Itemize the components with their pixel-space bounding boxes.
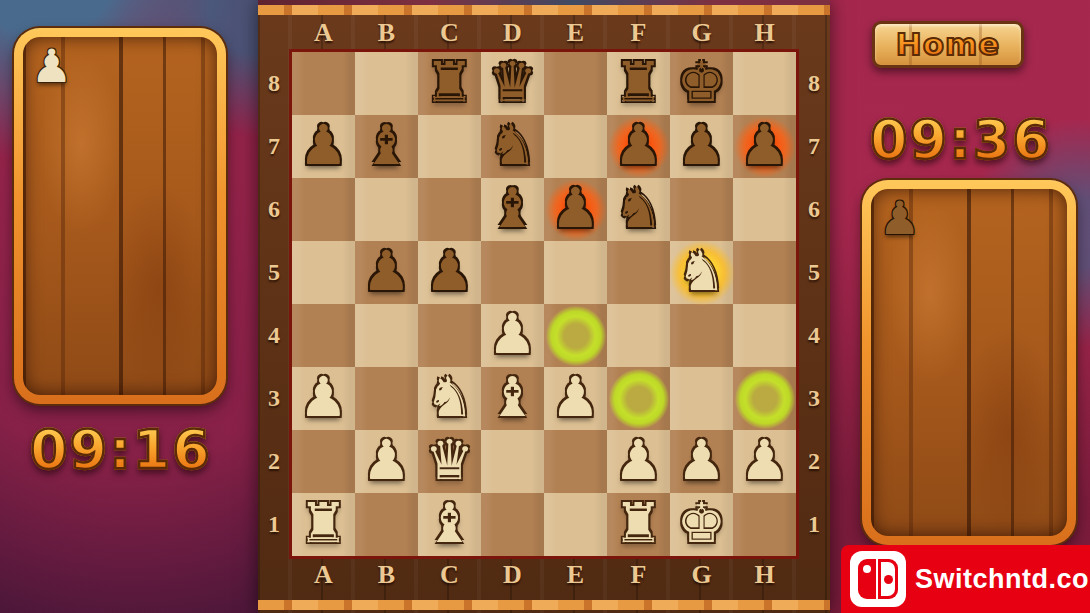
square-f6[interactable]: ♞ — [607, 178, 670, 241]
frame-top-strip — [258, 5, 830, 15]
rank-label-6: 6 — [261, 178, 287, 241]
square-d4[interactable]: ♟ — [481, 304, 544, 367]
square-f8[interactable]: ♜ — [607, 52, 670, 115]
square-b3[interactable] — [355, 367, 418, 430]
rank-label-6: 6 — [801, 178, 827, 241]
square-c6[interactable] — [418, 178, 481, 241]
file-label-g: G — [670, 18, 733, 48]
captured-white-pawn: ♟ — [31, 39, 72, 93]
frame-bottom-strip — [258, 600, 830, 610]
rank-labels-right: 87654321 — [801, 52, 827, 556]
file-label-e: E — [544, 18, 607, 48]
piece-black-pawn[interactable]: ♟ — [670, 113, 733, 178]
rank-label-3: 3 — [801, 367, 827, 430]
piece-black-pawn[interactable]: ♟ — [544, 176, 607, 241]
white-clock: 09:16 — [10, 418, 232, 481]
file-label-c: C — [418, 18, 481, 48]
piece-black-bishop[interactable]: ♝ — [355, 113, 418, 178]
square-h1[interactable] — [733, 493, 796, 556]
square-g5[interactable]: ♞ — [670, 241, 733, 304]
square-g1[interactable]: ♚ — [670, 493, 733, 556]
white-capture-tray: ♟ — [14, 28, 226, 404]
square-d5[interactable] — [481, 241, 544, 304]
file-label-f: F — [607, 18, 670, 48]
square-a7[interactable]: ♟ — [292, 115, 355, 178]
square-h3[interactable] — [733, 367, 796, 430]
rank-label-4: 4 — [261, 304, 287, 367]
home-button-label: Home — [896, 24, 1001, 65]
rank-label-4: 4 — [801, 304, 827, 367]
file-label-a: A — [292, 18, 355, 48]
file-label-a: A — [292, 560, 355, 590]
square-h4[interactable] — [733, 304, 796, 367]
rank-label-7: 7 — [261, 115, 287, 178]
file-label-h: H — [733, 18, 796, 48]
rank-labels-left: 87654321 — [261, 52, 287, 556]
piece-white-bishop[interactable]: ♝ — [418, 491, 481, 556]
square-e3[interactable]: ♟ — [544, 367, 607, 430]
file-label-h: H — [733, 560, 796, 590]
rank-label-2: 2 — [801, 430, 827, 493]
legal-move-marker[interactable] — [735, 369, 795, 429]
piece-white-pawn[interactable]: ♟ — [355, 428, 418, 493]
rank-label-1: 1 — [261, 493, 287, 556]
square-c4[interactable] — [418, 304, 481, 367]
square-c7[interactable] — [418, 115, 481, 178]
square-h7[interactable]: ♟ — [733, 115, 796, 178]
file-label-c: C — [418, 560, 481, 590]
file-label-g: G — [670, 560, 733, 590]
square-g3[interactable] — [670, 367, 733, 430]
square-f2[interactable]: ♟ — [607, 430, 670, 493]
piece-white-pawn[interactable]: ♟ — [544, 365, 607, 430]
square-f4[interactable] — [607, 304, 670, 367]
piece-white-rook[interactable]: ♜ — [607, 491, 670, 556]
rank-label-2: 2 — [261, 430, 287, 493]
captured-black-pawn: ♟ — [879, 191, 920, 245]
piece-black-pawn[interactable]: ♟ — [355, 239, 418, 304]
black-capture-tray-wood: ♟ — [871, 189, 1067, 536]
square-b7[interactable]: ♝ — [355, 115, 418, 178]
rank-label-5: 5 — [261, 241, 287, 304]
file-labels-bottom: ABCDEFGH — [292, 560, 796, 590]
square-a5[interactable] — [292, 241, 355, 304]
piece-white-pawn[interactable]: ♟ — [670, 428, 733, 493]
square-d7[interactable]: ♞ — [481, 115, 544, 178]
square-b5[interactable]: ♟ — [355, 241, 418, 304]
piece-black-king[interactable]: ♚ — [670, 50, 733, 115]
square-h8[interactable] — [733, 52, 796, 115]
piece-white-pawn[interactable]: ♟ — [607, 428, 670, 493]
nintendo-switch-icon — [850, 551, 906, 607]
chess-board: ♜♛♜♚♟♝♞♟♟♟♝♟♞♟♟♞♟♟♞♝♟♟♛♟♟♟♜♝♜♚ — [292, 52, 796, 556]
rank-label-3: 3 — [261, 367, 287, 430]
square-g8[interactable]: ♚ — [670, 52, 733, 115]
watermark-text: Switchntd.com — [915, 564, 1090, 595]
square-c3[interactable]: ♞ — [418, 367, 481, 430]
piece-black-pawn[interactable]: ♟ — [607, 113, 670, 178]
square-d3[interactable]: ♝ — [481, 367, 544, 430]
square-a3[interactable]: ♟ — [292, 367, 355, 430]
square-a6[interactable] — [292, 178, 355, 241]
piece-black-pawn[interactable]: ♟ — [418, 239, 481, 304]
piece-white-queen[interactable]: ♛ — [418, 428, 481, 493]
square-c2[interactable]: ♛ — [418, 430, 481, 493]
watermark-banner: Switchntd.com — [841, 545, 1090, 613]
rank-label-8: 8 — [801, 52, 827, 115]
file-label-d: D — [481, 560, 544, 590]
piece-white-rook[interactable]: ♜ — [292, 491, 355, 556]
square-d8[interactable]: ♛ — [481, 52, 544, 115]
piece-white-pawn[interactable]: ♟ — [733, 428, 796, 493]
rank-label-1: 1 — [801, 493, 827, 556]
file-label-b: B — [355, 18, 418, 48]
file-labels-top: ABCDEFGH — [292, 18, 796, 48]
square-b6[interactable] — [355, 178, 418, 241]
game-screen: ♟ 09:16 ABCDEFGH ABCDEFGH 87654321 87654… — [0, 0, 1090, 613]
square-b1[interactable] — [355, 493, 418, 556]
playing-area: ♜♛♜♚♟♝♞♟♟♟♝♟♞♟♟♞♟♟♞♝♟♟♛♟♟♟♜♝♜♚ — [289, 49, 799, 559]
file-label-f: F — [607, 560, 670, 590]
piece-white-king[interactable]: ♚ — [670, 491, 733, 556]
piece-black-knight[interactable]: ♞ — [481, 113, 544, 178]
piece-black-pawn[interactable]: ♟ — [292, 113, 355, 178]
piece-black-pawn[interactable]: ♟ — [733, 113, 796, 178]
square-a8[interactable] — [292, 52, 355, 115]
square-f3[interactable] — [607, 367, 670, 430]
square-g2[interactable]: ♟ — [670, 430, 733, 493]
piece-white-knight[interactable]: ♞ — [670, 239, 733, 304]
piece-black-rook[interactable]: ♜ — [607, 50, 670, 115]
file-label-b: B — [355, 560, 418, 590]
square-d1[interactable] — [481, 493, 544, 556]
piece-black-rook[interactable]: ♜ — [418, 50, 481, 115]
home-button[interactable]: Home — [872, 21, 1024, 68]
square-g6[interactable] — [670, 178, 733, 241]
piece-white-knight[interactable]: ♞ — [418, 365, 481, 430]
square-c1[interactable]: ♝ — [418, 493, 481, 556]
square-h6[interactable] — [733, 178, 796, 241]
square-a1[interactable]: ♜ — [292, 493, 355, 556]
piece-black-bishop[interactable]: ♝ — [481, 176, 544, 241]
file-label-d: D — [481, 18, 544, 48]
piece-black-queen[interactable]: ♛ — [481, 50, 544, 115]
square-f7[interactable]: ♟ — [607, 115, 670, 178]
square-c5[interactable]: ♟ — [418, 241, 481, 304]
square-a4[interactable] — [292, 304, 355, 367]
square-d2[interactable] — [481, 430, 544, 493]
square-e7[interactable] — [544, 115, 607, 178]
square-e1[interactable] — [544, 493, 607, 556]
piece-white-pawn[interactable]: ♟ — [292, 365, 355, 430]
piece-white-bishop[interactable]: ♝ — [481, 365, 544, 430]
square-e5[interactable] — [544, 241, 607, 304]
board-frame: ABCDEFGH ABCDEFGH 87654321 87654321 ♜♛♜♚… — [258, 0, 830, 613]
square-b8[interactable] — [355, 52, 418, 115]
black-capture-tray: ♟ — [862, 180, 1076, 545]
square-e2[interactable] — [544, 430, 607, 493]
square-b4[interactable] — [355, 304, 418, 367]
square-h2[interactable]: ♟ — [733, 430, 796, 493]
square-d6[interactable]: ♝ — [481, 178, 544, 241]
square-g4[interactable] — [670, 304, 733, 367]
square-e4[interactable] — [544, 304, 607, 367]
square-c8[interactable]: ♜ — [418, 52, 481, 115]
square-e6[interactable]: ♟ — [544, 178, 607, 241]
square-a2[interactable] — [292, 430, 355, 493]
square-f5[interactable] — [607, 241, 670, 304]
file-label-e: E — [544, 560, 607, 590]
square-e8[interactable] — [544, 52, 607, 115]
square-h5[interactable] — [733, 241, 796, 304]
square-g7[interactable]: ♟ — [670, 115, 733, 178]
piece-black-knight[interactable]: ♞ — [607, 176, 670, 241]
white-capture-tray-wood: ♟ — [23, 37, 217, 395]
black-clock: 09:36 — [858, 108, 1064, 171]
square-f1[interactable]: ♜ — [607, 493, 670, 556]
legal-move-marker[interactable] — [609, 369, 669, 429]
piece-white-pawn[interactable]: ♟ — [481, 302, 544, 367]
rank-label-8: 8 — [261, 52, 287, 115]
square-b2[interactable]: ♟ — [355, 430, 418, 493]
rank-label-5: 5 — [801, 241, 827, 304]
rank-label-7: 7 — [801, 115, 827, 178]
legal-move-marker[interactable] — [546, 306, 606, 366]
